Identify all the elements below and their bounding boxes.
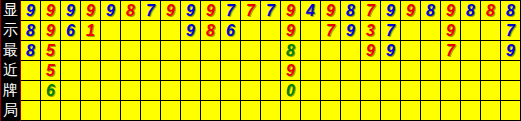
cell-r6c15 — [301, 101, 321, 121]
cell-r6c8 — [161, 101, 181, 121]
recent-rounds-board: 显 示 最 近 牌 局 9999987999777949879989888896… — [0, 0, 521, 121]
cell-r4c2: 5 — [41, 61, 61, 81]
cell-r5c10 — [201, 81, 221, 101]
cell-r1c20: 9 — [401, 1, 421, 21]
cell-r1c17: 8 — [341, 1, 361, 21]
cell-r1c19: 9 — [381, 1, 401, 21]
cell-r6c25 — [501, 101, 521, 121]
cell-r6c7 — [141, 101, 161, 121]
cell-r4c13 — [261, 61, 281, 81]
cell-r1c23: 8 — [461, 1, 481, 21]
cell-r5c18 — [361, 81, 381, 101]
cell-r5c15 — [301, 81, 321, 101]
title-char: 局 — [1, 100, 20, 120]
cell-r5c8 — [161, 81, 181, 101]
cell-r1c4: 9 — [81, 1, 101, 21]
cell-r4c18 — [361, 61, 381, 81]
cell-r5c23 — [461, 81, 481, 101]
cell-r3c21 — [421, 41, 441, 61]
cell-r1c3: 9 — [61, 1, 81, 21]
cell-r5c4 — [81, 81, 101, 101]
title-char: 显 — [1, 0, 20, 20]
cell-r4c25 — [501, 61, 521, 81]
cell-r4c1 — [21, 61, 41, 81]
cell-r6c14 — [281, 101, 301, 121]
cell-r2c9: 9 — [181, 21, 201, 41]
cell-r5c2: 6 — [41, 81, 61, 101]
cell-r6c3 — [61, 101, 81, 121]
cell-r4c23 — [461, 61, 481, 81]
cell-r5c5 — [101, 81, 121, 101]
cell-r5c24 — [481, 81, 501, 101]
cell-r3c6 — [121, 41, 141, 61]
cell-r1c18: 7 — [361, 1, 381, 21]
cell-r5c3 — [61, 81, 81, 101]
cell-r3c5 — [101, 41, 121, 61]
cell-r3c16 — [321, 41, 341, 61]
cell-r3c25: 9 — [501, 41, 521, 61]
cell-r2c11: 6 — [221, 21, 241, 41]
cell-r2c22: 9 — [441, 21, 461, 41]
cell-r3c17 — [341, 41, 361, 61]
cell-r2c6 — [121, 21, 141, 41]
cell-r1c7: 7 — [141, 1, 161, 21]
cell-r2c17: 9 — [341, 21, 361, 41]
cell-r2c13 — [261, 21, 281, 41]
cell-r5c13 — [261, 81, 281, 101]
cell-r4c9 — [181, 61, 201, 81]
cell-r6c20 — [401, 101, 421, 121]
cell-r5c9 — [181, 81, 201, 101]
cell-r5c14: 0 — [281, 81, 301, 101]
cell-r3c15 — [301, 41, 321, 61]
cell-r3c7 — [141, 41, 161, 61]
board-title-vertical: 显 示 最 近 牌 局 — [0, 0, 20, 121]
cell-r2c5 — [101, 21, 121, 41]
cell-r6c2 — [41, 101, 61, 121]
cell-r5c11 — [221, 81, 241, 101]
cell-r1c1: 9 — [21, 1, 41, 21]
cell-r5c16 — [321, 81, 341, 101]
cell-r1c22: 9 — [441, 1, 461, 21]
cell-r4c22 — [441, 61, 461, 81]
cell-r2c21 — [421, 21, 441, 41]
cell-r4c8 — [161, 61, 181, 81]
cell-r6c19 — [381, 101, 401, 121]
cell-r6c16 — [321, 101, 341, 121]
cell-r2c12 — [241, 21, 261, 41]
number-grid: 9999987999777949879989888896198697937978… — [20, 0, 521, 121]
cell-r6c13 — [261, 101, 281, 121]
cell-r3c9 — [181, 41, 201, 61]
cell-r2c2: 9 — [41, 21, 61, 41]
cell-r2c19: 7 — [381, 21, 401, 41]
cell-r1c9: 9 — [181, 1, 201, 21]
cell-r5c20 — [401, 81, 421, 101]
cell-r4c5 — [101, 61, 121, 81]
cell-r6c17 — [341, 101, 361, 121]
cell-r4c10 — [201, 61, 221, 81]
cell-r4c14: 9 — [281, 61, 301, 81]
cell-r5c7 — [141, 81, 161, 101]
cell-r3c1: 8 — [21, 41, 41, 61]
cell-r1c14: 9 — [281, 1, 301, 21]
title-char: 牌 — [1, 80, 20, 100]
cell-r2c24 — [481, 21, 501, 41]
cell-r6c5 — [101, 101, 121, 121]
cell-r6c12 — [241, 101, 261, 121]
cell-r2c3: 6 — [61, 21, 81, 41]
cell-r6c6 — [121, 101, 141, 121]
cell-r2c15 — [301, 21, 321, 41]
cell-r3c20 — [401, 41, 421, 61]
cell-r3c4 — [81, 41, 101, 61]
cell-r5c21 — [421, 81, 441, 101]
cell-r2c18: 3 — [361, 21, 381, 41]
cell-r1c13: 7 — [261, 1, 281, 21]
cell-r5c19 — [381, 81, 401, 101]
cell-r2c20 — [401, 21, 421, 41]
title-char: 示 — [1, 20, 20, 40]
cell-r3c2: 5 — [41, 41, 61, 61]
cell-r1c2: 9 — [41, 1, 61, 21]
cell-r4c12 — [241, 61, 261, 81]
cell-r3c22: 7 — [441, 41, 461, 61]
cell-r6c22 — [441, 101, 461, 121]
cell-r2c25: 7 — [501, 21, 521, 41]
cell-r5c1 — [21, 81, 41, 101]
cell-r3c13 — [261, 41, 281, 61]
cell-r3c10 — [201, 41, 221, 61]
cell-r3c18: 9 — [361, 41, 381, 61]
title-char: 最 — [1, 40, 20, 60]
cell-r6c10 — [201, 101, 221, 121]
cell-r4c24 — [481, 61, 501, 81]
cell-r4c20 — [401, 61, 421, 81]
cell-r6c1 — [21, 101, 41, 121]
cell-r2c8 — [161, 21, 181, 41]
cell-r1c6: 8 — [121, 1, 141, 21]
cell-r6c4 — [81, 101, 101, 121]
cell-r4c11 — [221, 61, 241, 81]
cell-r4c3 — [61, 61, 81, 81]
cell-r5c22 — [441, 81, 461, 101]
cell-r1c25: 8 — [501, 1, 521, 21]
cell-r4c19 — [381, 61, 401, 81]
cell-r6c18 — [361, 101, 381, 121]
cell-r1c11: 7 — [221, 1, 241, 21]
cell-r2c14: 9 — [281, 21, 301, 41]
cell-r3c24 — [481, 41, 501, 61]
cell-r6c9 — [181, 101, 201, 121]
title-char: 近 — [1, 60, 20, 80]
cell-r2c4: 1 — [81, 21, 101, 41]
cell-r2c10: 8 — [201, 21, 221, 41]
cell-r3c19: 9 — [381, 41, 401, 61]
cell-r4c7 — [141, 61, 161, 81]
cell-r4c15 — [301, 61, 321, 81]
cell-r3c12 — [241, 41, 261, 61]
cell-r6c23 — [461, 101, 481, 121]
cell-r6c24 — [481, 101, 501, 121]
cell-r1c24: 8 — [481, 1, 501, 21]
cell-r1c10: 9 — [201, 1, 221, 21]
cell-r5c12 — [241, 81, 261, 101]
cell-r4c16 — [321, 61, 341, 81]
cell-r1c12: 7 — [241, 1, 261, 21]
cell-r4c21 — [421, 61, 441, 81]
cell-r2c23 — [461, 21, 481, 41]
cell-r5c6 — [121, 81, 141, 101]
cell-r5c17 — [341, 81, 361, 101]
cell-r3c11 — [221, 41, 241, 61]
cell-r3c3 — [61, 41, 81, 61]
cell-r6c11 — [221, 101, 241, 121]
cell-r3c23 — [461, 41, 481, 61]
cell-r4c17 — [341, 61, 361, 81]
cell-r4c6 — [121, 61, 141, 81]
cell-r1c5: 9 — [101, 1, 121, 21]
cell-r3c8 — [161, 41, 181, 61]
cell-r1c15: 4 — [301, 1, 321, 21]
cell-r6c21 — [421, 101, 441, 121]
cell-r4c4 — [81, 61, 101, 81]
cell-r1c16: 9 — [321, 1, 341, 21]
cell-r3c14: 8 — [281, 41, 301, 61]
cell-r1c8: 9 — [161, 1, 181, 21]
cell-r2c7 — [141, 21, 161, 41]
cell-r2c16: 7 — [321, 21, 341, 41]
cell-r5c25 — [501, 81, 521, 101]
cell-r1c21: 8 — [421, 1, 441, 21]
cell-r2c1: 8 — [21, 21, 41, 41]
